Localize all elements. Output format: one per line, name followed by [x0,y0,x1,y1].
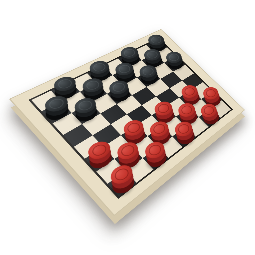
checkers-board [9,29,245,216]
checkers-board-wrapper [0,0,255,255]
board-playfield [28,38,233,199]
photo-background [0,0,255,255]
